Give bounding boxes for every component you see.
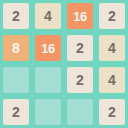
board-cell-r2c2: 16 [35, 35, 61, 61]
board-cell-r1c2: 4 [35, 3, 61, 29]
game-board-2048[interactable]: 2 4 16 2 8 16 2 4 2 4 2 2 [0, 0, 128, 128]
board-cell-r3c3: 2 [67, 67, 93, 93]
board-cell-r1c4: 2 [99, 3, 125, 29]
board-cell-r2c3: 2 [67, 35, 93, 61]
board-cell-r4c1: 2 [3, 99, 29, 125]
board-cell-r3c4: 4 [99, 67, 125, 93]
board-cell-r2c4: 4 [99, 35, 125, 61]
board-cell-r3c2 [35, 67, 61, 93]
board-cell-r2c1: 8 [3, 35, 29, 61]
board-cell-r4c4: 2 [99, 99, 125, 125]
board-cell-r4c2 [35, 99, 61, 125]
board-cell-r1c3: 16 [67, 3, 93, 29]
board-cell-r4c3 [67, 99, 93, 125]
board-cell-r1c1: 2 [3, 3, 29, 29]
board-cell-r3c1 [3, 67, 29, 93]
